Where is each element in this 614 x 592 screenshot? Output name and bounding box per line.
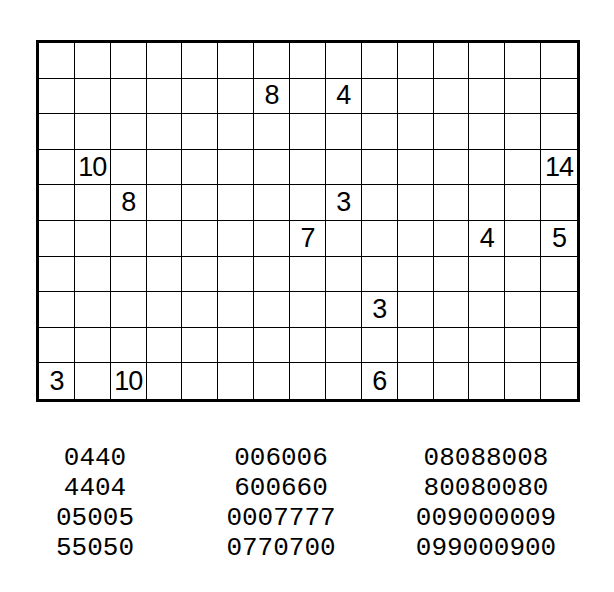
grid-cell[interactable]: [147, 257, 183, 293]
grid-cell[interactable]: [218, 185, 254, 221]
grid-cell[interactable]: [75, 328, 111, 364]
grid-cell[interactable]: [469, 114, 505, 150]
grid-cell[interactable]: [398, 292, 434, 328]
grid-cell[interactable]: [254, 185, 290, 221]
clue-entry: 80080080: [416, 473, 556, 503]
grid-cell[interactable]: [362, 150, 398, 186]
grid-cell[interactable]: [147, 114, 183, 150]
grid-cell[interactable]: [469, 257, 505, 293]
grid-cell[interactable]: [326, 328, 362, 364]
grid-cell[interactable]: [505, 292, 541, 328]
grid-cell[interactable]: [290, 328, 326, 364]
grid-cell[interactable]: [398, 328, 434, 364]
grid-cell[interactable]: [39, 257, 75, 293]
grid-cell[interactable]: [147, 221, 183, 257]
grid-cell[interactable]: [147, 79, 183, 115]
grid-cell[interactable]: [147, 363, 183, 399]
grid-cell[interactable]: [434, 114, 470, 150]
grid-cell[interactable]: [398, 114, 434, 150]
clue-entry: 099000900: [416, 533, 556, 563]
grid-cell[interactable]: 7: [290, 221, 326, 257]
grid-cell[interactable]: [111, 43, 147, 79]
grid-cell[interactable]: 10: [111, 363, 147, 399]
grid-cell[interactable]: [290, 257, 326, 293]
grid-cell[interactable]: [469, 43, 505, 79]
grid-cell[interactable]: [111, 150, 147, 186]
grid-cell[interactable]: [218, 257, 254, 293]
page: { "game": "number-grid logic puzzle (dig…: [0, 0, 614, 592]
grid-cell[interactable]: 8: [111, 185, 147, 221]
grid-cell[interactable]: 3: [39, 363, 75, 399]
grid-cell[interactable]: [505, 114, 541, 150]
grid-cell[interactable]: [434, 292, 470, 328]
grid-cell[interactable]: [326, 114, 362, 150]
grid-cell[interactable]: [505, 257, 541, 293]
grid-cell[interactable]: [326, 257, 362, 293]
grid-cell[interactable]: [434, 150, 470, 186]
grid-cell[interactable]: [398, 257, 434, 293]
grid-cell[interactable]: [254, 150, 290, 186]
grid-cell[interactable]: [505, 221, 541, 257]
clue-lists: 0440440405005550500060066006600007777077…: [0, 443, 614, 573]
given-number: 6: [372, 368, 386, 395]
grid-cell[interactable]: 10: [75, 150, 111, 186]
grid-cell[interactable]: [505, 363, 541, 399]
grid-cell[interactable]: [398, 79, 434, 115]
grid-cell[interactable]: [290, 292, 326, 328]
grid-cell[interactable]: [39, 43, 75, 79]
grid-cell[interactable]: [39, 292, 75, 328]
grid-cell[interactable]: [398, 221, 434, 257]
clue-entry: 4404: [56, 473, 134, 503]
grid-cell[interactable]: [362, 114, 398, 150]
grid-cell[interactable]: [541, 79, 577, 115]
given-number: 10: [114, 368, 142, 395]
clue-entry: 55050: [56, 533, 134, 563]
clue-entry: 600660: [226, 473, 335, 503]
given-number: 3: [49, 368, 63, 395]
grid-cell[interactable]: [290, 43, 326, 79]
grid-cell[interactable]: [39, 328, 75, 364]
grid-cell[interactable]: [218, 150, 254, 186]
grid-cell[interactable]: [326, 150, 362, 186]
clue-entry: 006006: [226, 443, 335, 473]
grid-cell[interactable]: [182, 257, 218, 293]
grid-cell[interactable]: [541, 292, 577, 328]
grid-cell[interactable]: [218, 221, 254, 257]
grid-cell[interactable]: [469, 363, 505, 399]
grid-cell[interactable]: [111, 292, 147, 328]
grid-cell[interactable]: [182, 114, 218, 150]
grid-cell[interactable]: [290, 114, 326, 150]
grid-cell[interactable]: [39, 221, 75, 257]
grid-cell[interactable]: [111, 221, 147, 257]
grid-cell[interactable]: [218, 114, 254, 150]
clue-entry: 0770700: [226, 533, 335, 563]
grid-cell[interactable]: [505, 43, 541, 79]
grid-cell[interactable]: [39, 79, 75, 115]
grid-cell[interactable]: 4: [326, 79, 362, 115]
grid-cell[interactable]: [254, 257, 290, 293]
grid-cell[interactable]: 6: [362, 363, 398, 399]
grid-cell[interactable]: [326, 292, 362, 328]
grid-cell[interactable]: [434, 257, 470, 293]
clue-column: 0808800880080080009000009099000900: [416, 443, 556, 563]
grid-cell[interactable]: [218, 79, 254, 115]
grid-cell[interactable]: [147, 43, 183, 79]
clue-column: 00600660066000077770770700: [226, 443, 335, 563]
grid-cell[interactable]: [218, 328, 254, 364]
grid-cell[interactable]: [398, 43, 434, 79]
grid-cell[interactable]: [541, 43, 577, 79]
grid-cell[interactable]: [505, 150, 541, 186]
grid-cell[interactable]: [182, 79, 218, 115]
clue-entry: 0007777: [226, 503, 335, 533]
grid-cell[interactable]: 3: [326, 185, 362, 221]
grid-cell[interactable]: [182, 185, 218, 221]
grid-cell[interactable]: [434, 328, 470, 364]
grid-cell[interactable]: [218, 363, 254, 399]
grid-cell[interactable]: [362, 79, 398, 115]
grid-cell[interactable]: [434, 363, 470, 399]
grid-cell[interactable]: 5: [541, 221, 577, 257]
grid-cell[interactable]: [290, 185, 326, 221]
grid-cell[interactable]: [111, 79, 147, 115]
grid-cell[interactable]: [182, 363, 218, 399]
clue-entry: 0440: [56, 443, 134, 473]
grid-cell[interactable]: [111, 257, 147, 293]
grid-cell[interactable]: [182, 43, 218, 79]
given-number: 7: [300, 225, 314, 252]
given-number: 10: [78, 154, 106, 181]
grid-cell[interactable]: [254, 43, 290, 79]
grid-cell[interactable]: [147, 328, 183, 364]
clue-entry: 009000009: [416, 503, 556, 533]
grid-cell[interactable]: [541, 114, 577, 150]
given-number: 5: [552, 225, 566, 252]
grid-cell[interactable]: [147, 185, 183, 221]
grid-cell[interactable]: [326, 43, 362, 79]
grid-cell[interactable]: [505, 79, 541, 115]
grid-cell[interactable]: [39, 150, 75, 186]
grid-cell[interactable]: [434, 79, 470, 115]
clue-entry: 05005: [56, 503, 134, 533]
puzzle-board: 8410148374533106: [36, 40, 580, 402]
given-number: 14: [545, 154, 573, 181]
grid-cell[interactable]: [254, 328, 290, 364]
grid-cell[interactable]: [147, 150, 183, 186]
given-number: 4: [480, 225, 494, 252]
grid-cell[interactable]: [218, 43, 254, 79]
grid-cell[interactable]: [469, 292, 505, 328]
grid-cell[interactable]: [398, 185, 434, 221]
grid-cell[interactable]: [254, 292, 290, 328]
grid-cell[interactable]: [541, 363, 577, 399]
grid-cell[interactable]: [182, 221, 218, 257]
grid-cell[interactable]: [75, 257, 111, 293]
grid-cell[interactable]: [254, 221, 290, 257]
grid-cell[interactable]: [218, 292, 254, 328]
grid-cell[interactable]: [469, 328, 505, 364]
grid-cell[interactable]: [290, 79, 326, 115]
grid-cell[interactable]: [469, 185, 505, 221]
given-number: 4: [336, 82, 350, 109]
grid-cell[interactable]: [75, 79, 111, 115]
grid-cell[interactable]: [362, 43, 398, 79]
grid-cell[interactable]: [75, 363, 111, 399]
grid-cell[interactable]: [362, 185, 398, 221]
grid-cell[interactable]: [505, 328, 541, 364]
clue-entry: 08088008: [416, 443, 556, 473]
grid-cell[interactable]: [505, 185, 541, 221]
grid-cell[interactable]: [362, 328, 398, 364]
given-number: 8: [121, 189, 135, 216]
grid-cell[interactable]: [182, 150, 218, 186]
grid-cell[interactable]: 3: [362, 292, 398, 328]
grid-cell[interactable]: [434, 185, 470, 221]
grid-cell[interactable]: [111, 114, 147, 150]
grid-cell[interactable]: [39, 114, 75, 150]
given-number: 3: [336, 189, 350, 216]
grid-cell[interactable]: [254, 363, 290, 399]
grid-cell[interactable]: [75, 43, 111, 79]
grid-cell[interactable]: [541, 328, 577, 364]
grid-cell[interactable]: [147, 292, 183, 328]
grid-cell[interactable]: [541, 185, 577, 221]
grid-cell[interactable]: [398, 150, 434, 186]
grid-cell[interactable]: [541, 257, 577, 293]
grid-cell[interactable]: [75, 185, 111, 221]
grid-cell[interactable]: [290, 363, 326, 399]
grid-cell[interactable]: [469, 79, 505, 115]
grid-cell[interactable]: [254, 114, 290, 150]
grid-cell[interactable]: [326, 363, 362, 399]
grid-cell[interactable]: [111, 328, 147, 364]
grid-cell[interactable]: [182, 292, 218, 328]
grid-cell[interactable]: [39, 185, 75, 221]
given-number: 3: [372, 296, 386, 323]
grid-cell[interactable]: [434, 43, 470, 79]
grid-cell[interactable]: [290, 150, 326, 186]
given-number: 8: [265, 82, 279, 109]
clue-column: 044044040500555050: [56, 443, 134, 563]
grid-cell[interactable]: [75, 221, 111, 257]
grid-cell[interactable]: 8: [254, 79, 290, 115]
grid-cell[interactable]: [75, 292, 111, 328]
grid-cell[interactable]: [75, 114, 111, 150]
grid-cell[interactable]: [362, 257, 398, 293]
grid-cell[interactable]: [469, 150, 505, 186]
grid-cell[interactable]: [434, 221, 470, 257]
grid-cell[interactable]: 4: [469, 221, 505, 257]
grid-cell[interactable]: [398, 363, 434, 399]
grid-cell[interactable]: [326, 221, 362, 257]
grid-cell[interactable]: [362, 221, 398, 257]
grid-cell[interactable]: 14: [541, 150, 577, 186]
grid-cell[interactable]: [182, 328, 218, 364]
